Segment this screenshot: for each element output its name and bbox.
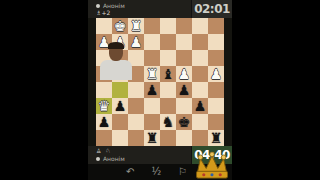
chess-board[interactable]: ♚♜♟♟♟♜♝♟♟♟♟♛♟♟♟♞♚♜♜: [96, 18, 224, 146]
square-r7c2[interactable]: [128, 130, 144, 146]
piece-bp: ♟: [144, 82, 160, 98]
square-r6c2[interactable]: [128, 114, 144, 130]
square-r3c3[interactable]: ♜: [144, 66, 160, 82]
bottom-player-name-row: Анонім: [96, 155, 125, 162]
piece-bn: ♞: [160, 114, 176, 130]
square-r6c7[interactable]: [208, 114, 224, 130]
square-r7c5[interactable]: [176, 130, 192, 146]
square-r2c5[interactable]: [176, 50, 192, 66]
square-r6c4[interactable]: ♞: [160, 114, 176, 130]
square-r4c2[interactable]: [128, 82, 144, 98]
piece-bp: ♟: [96, 114, 112, 130]
bottom-player-name: Анонім: [103, 155, 125, 162]
square-r5c1[interactable]: ♟: [112, 98, 128, 114]
piece-wr: ♜: [144, 66, 160, 82]
draw-offer-button[interactable]: ½: [151, 165, 161, 179]
bottom-player-avatar-dot: [96, 157, 100, 161]
square-r5c0[interactable]: ♛: [96, 98, 112, 114]
square-r6c1[interactable]: [112, 114, 128, 130]
square-r0c7[interactable]: [208, 18, 224, 34]
square-r2c7[interactable]: [208, 50, 224, 66]
chess-app: Анонім ♗+2 02:01 ♚♜♟♟♟♜♝♟♟♟♟♛♟♟♟♞♚♜♜ ♙ ♘…: [88, 0, 232, 180]
square-r4c3[interactable]: ♟: [144, 82, 160, 98]
piece-wp: ♟: [208, 66, 224, 82]
top-material-advantage: +2: [101, 9, 110, 16]
square-r2c4[interactable]: [160, 50, 176, 66]
piece-bp: ♟: [112, 98, 128, 114]
square-r2c3[interactable]: [144, 50, 160, 66]
bottom-captured-row: ♙ ♘: [96, 147, 112, 154]
top-player-name: Анонім: [103, 2, 125, 9]
square-r3c6[interactable]: [192, 66, 208, 82]
piece-bp: ♟: [192, 98, 208, 114]
piece-bk: ♚: [176, 114, 192, 130]
square-r1c3[interactable]: [144, 34, 160, 50]
square-r4c7[interactable]: [208, 82, 224, 98]
square-r5c2[interactable]: [128, 98, 144, 114]
avatar-shirt: [100, 60, 132, 80]
square-r3c7[interactable]: ♟: [208, 66, 224, 82]
square-r4c5[interactable]: ♟: [176, 82, 192, 98]
letterbox-right: [232, 0, 320, 180]
top-player-avatar-dot: [96, 4, 100, 8]
square-r3c4[interactable]: ♝: [160, 66, 176, 82]
square-r1c5[interactable]: [176, 34, 192, 50]
top-player-clock: 02:01: [191, 0, 232, 18]
piece-br: ♜: [144, 130, 160, 146]
square-r0c2[interactable]: ♜: [128, 18, 144, 34]
square-r0c6[interactable]: [192, 18, 208, 34]
square-r7c3[interactable]: ♜: [144, 130, 160, 146]
square-r2c6[interactable]: [192, 50, 208, 66]
square-r5c3[interactable]: [144, 98, 160, 114]
undo-button[interactable]: ↶: [126, 165, 134, 179]
square-r6c6[interactable]: [192, 114, 208, 130]
square-r7c6[interactable]: [192, 130, 208, 146]
square-r0c0[interactable]: [96, 18, 112, 34]
square-r6c3[interactable]: [144, 114, 160, 130]
top-player-bar: Анонім ♗+2 02:01: [88, 0, 232, 18]
square-r4c0[interactable]: [96, 82, 112, 98]
top-player-name-row: Анонім: [96, 2, 125, 9]
video-frame: Анонім ♗+2 02:01 ♚♜♟♟♟♜♝♟♟♟♟♛♟♟♟♞♚♜♜ ♙ ♘…: [0, 0, 320, 180]
square-r6c0[interactable]: ♟: [96, 114, 112, 130]
resign-flag-button[interactable]: ⚐: [178, 165, 187, 179]
square-r0c3[interactable]: [144, 18, 160, 34]
bottom-captured-pieces: ♙ ♘: [96, 147, 112, 154]
square-r5c4[interactable]: [160, 98, 176, 114]
player-webcam-overlay: [100, 42, 132, 80]
square-r3c5[interactable]: ♟: [176, 66, 192, 82]
avatar-hair: [108, 42, 124, 49]
square-r5c6[interactable]: ♟: [192, 98, 208, 114]
square-r7c1[interactable]: [112, 130, 128, 146]
piece-wp: ♟: [176, 66, 192, 82]
letterbox-left: [0, 0, 88, 180]
crown-icon: [194, 151, 230, 180]
square-r4c4[interactable]: [160, 82, 176, 98]
square-r7c7[interactable]: ♜: [208, 130, 224, 146]
piece-wk: ♚: [112, 18, 128, 34]
piece-br: ♜: [208, 130, 224, 146]
square-r1c6[interactable]: [192, 34, 208, 50]
square-r5c5[interactable]: [176, 98, 192, 114]
square-r1c4[interactable]: [160, 34, 176, 50]
square-r6c5[interactable]: ♚: [176, 114, 192, 130]
square-r4c1[interactable]: [112, 82, 128, 98]
top-captured-row: ♗+2: [96, 9, 110, 16]
square-r1c7[interactable]: [208, 34, 224, 50]
piece-wr: ♜: [128, 18, 144, 34]
piece-wq: ♛: [96, 98, 112, 114]
square-r0c1[interactable]: ♚: [112, 18, 128, 34]
square-r4c6[interactable]: [192, 82, 208, 98]
piece-bb: ♝: [160, 66, 176, 82]
square-r0c5[interactable]: [176, 18, 192, 34]
piece-bp: ♟: [176, 82, 192, 98]
square-r7c0[interactable]: [96, 130, 112, 146]
square-r0c4[interactable]: [160, 18, 176, 34]
square-r7c4[interactable]: [160, 130, 176, 146]
square-r5c7[interactable]: [208, 98, 224, 114]
